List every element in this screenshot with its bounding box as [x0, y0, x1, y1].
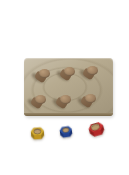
peg-board — [24, 58, 113, 116]
peg-top-face — [35, 95, 46, 104]
peg-row1-col3[interactable] — [87, 66, 99, 76]
nut-red[interactable] — [84, 117, 109, 141]
peg-top-face — [64, 67, 75, 76]
peg-top-face — [87, 66, 98, 75]
nut-yellow[interactable] — [27, 124, 47, 142]
peg-top-face — [39, 69, 50, 78]
peg-row1-col1[interactable] — [39, 69, 51, 79]
peg-row2-col1[interactable] — [35, 95, 47, 105]
photo-scene — [0, 0, 129, 175]
peg-row2-col2[interactable] — [60, 95, 72, 105]
peg-row1-col2[interactable] — [64, 67, 76, 77]
peg-top-face — [85, 94, 96, 103]
peg-top-face — [60, 95, 71, 104]
nut-blue[interactable] — [56, 123, 76, 141]
peg-row2-col3[interactable] — [85, 94, 97, 104]
